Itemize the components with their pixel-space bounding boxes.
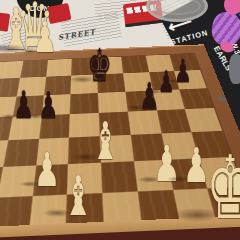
pieces-layer: ♚♟♟♟♟♟♝♟♟♟♝♚♝♛♟ xyxy=(0,0,240,240)
photo-scene: DON STREET ⟵ STATION STA EARLS N.W.3 ⟵ ♚… xyxy=(0,0,240,240)
